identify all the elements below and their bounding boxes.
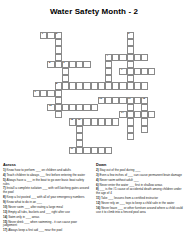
clue-number: 6) xyxy=(96,183,100,187)
grid-cell[interactable] xyxy=(98,82,105,89)
grid-cell[interactable] xyxy=(40,90,47,97)
grid-cell[interactable] xyxy=(105,75,112,82)
grid-cell[interactable] xyxy=(91,147,98,154)
grid-cell[interactable] xyxy=(55,46,62,53)
grid-cell[interactable] xyxy=(83,118,90,125)
grid-cell[interactable] xyxy=(127,126,134,133)
grid-cell[interactable] xyxy=(105,82,112,89)
cell-number: 5 xyxy=(49,62,50,65)
grid-cell[interactable] xyxy=(141,68,148,75)
clue-number: 16) xyxy=(96,206,101,210)
grid-cell[interactable]: 15 xyxy=(69,118,76,125)
grid-cell[interactable]: 12 xyxy=(141,97,148,104)
clue-item: 8) ___ is the #1 cause of accidental dea… xyxy=(96,188,186,196)
grid-cell[interactable] xyxy=(134,111,141,118)
grid-cell[interactable] xyxy=(55,54,62,61)
grid-cell[interactable] xyxy=(69,61,76,68)
clue-number: 4) xyxy=(96,178,100,182)
clue-number: 2) xyxy=(96,168,100,172)
clue-number: 17) xyxy=(3,228,8,232)
cell-number: 15 xyxy=(71,119,74,122)
cell-number: 16 xyxy=(78,119,81,122)
clue-item: 7) Install a complete isolation ___ with… xyxy=(3,187,91,195)
grid-cell[interactable] xyxy=(47,90,54,97)
grid-cell[interactable] xyxy=(127,61,134,68)
grid-cell[interactable]: 8 xyxy=(55,82,62,89)
clue-number: 11) xyxy=(96,196,101,200)
grid-cell[interactable] xyxy=(141,82,148,89)
grid-cell[interactable] xyxy=(134,54,141,61)
grid-cell[interactable] xyxy=(127,54,134,61)
cell-number: 8 xyxy=(56,83,57,86)
grid-cell[interactable]: 9 xyxy=(33,90,40,97)
grid-cell[interactable]: 10 xyxy=(98,97,105,104)
grid-cell[interactable]: 5 xyxy=(47,61,54,68)
cell-number: 7 xyxy=(121,69,122,72)
grid-cell[interactable] xyxy=(55,39,62,46)
grid-cell[interactable] xyxy=(127,82,134,89)
grid-cell[interactable]: 2 xyxy=(55,32,62,39)
grid-cell[interactable]: 14 xyxy=(119,111,126,118)
clues-section: Across 1) Know how to perform ___ on chi… xyxy=(3,163,186,234)
grid-cell[interactable] xyxy=(83,104,90,111)
grid-cell[interactable]: 4 xyxy=(105,54,112,61)
grid-cell[interactable] xyxy=(112,118,119,125)
grid-cell[interactable]: 13 xyxy=(47,104,54,111)
grid-cell[interactable] xyxy=(141,104,148,111)
cell-number: 4 xyxy=(107,55,108,58)
grid-cell[interactable]: 16 xyxy=(76,118,83,125)
grid-cell[interactable] xyxy=(98,147,105,154)
grid-cell[interactable] xyxy=(69,104,76,111)
cell-number: 10 xyxy=(99,98,102,101)
clue-number: 12) xyxy=(96,201,101,205)
grid-cell[interactable] xyxy=(141,126,148,133)
clue-item: 5) Always have a ___ in the boat to go o… xyxy=(3,179,91,187)
grid-cell[interactable] xyxy=(141,54,148,61)
clue-number: 1) xyxy=(3,168,7,172)
clue-number: 9) xyxy=(3,200,7,204)
grid-cell[interactable] xyxy=(83,147,90,154)
grid-cell[interactable] xyxy=(127,111,134,118)
grid-cell[interactable] xyxy=(47,32,54,39)
grid-cell[interactable] xyxy=(119,97,126,104)
grid-cell[interactable] xyxy=(127,118,134,125)
grid-cell[interactable] xyxy=(55,97,62,104)
grid-cell[interactable] xyxy=(127,133,134,140)
cell-number: 12 xyxy=(143,98,146,101)
clue-number: 13) xyxy=(3,210,8,214)
grid-cell[interactable] xyxy=(83,82,90,89)
grid-cell[interactable] xyxy=(91,118,98,125)
grid-cell[interactable] xyxy=(76,61,83,68)
across-clues-column: Across 1) Know how to perform ___ on chi… xyxy=(3,163,96,234)
grid-cell[interactable] xyxy=(134,82,141,89)
grid-cell[interactable] xyxy=(127,75,134,82)
across-clue-list: 1) Know how to perform ___ on children a… xyxy=(3,169,91,233)
grid-cell[interactable] xyxy=(69,82,76,89)
grid-cell[interactable] xyxy=(105,97,112,104)
grid-cell[interactable] xyxy=(91,82,98,89)
clue-number: 4) xyxy=(3,173,7,177)
clue-number: 5) xyxy=(3,178,7,182)
clue-item: 15) Never drink ___ when swimming - it c… xyxy=(3,221,91,229)
grid-cell[interactable] xyxy=(105,118,112,125)
grid-cell[interactable]: 6 xyxy=(62,61,69,68)
grid-cell[interactable]: 3 xyxy=(127,32,134,39)
grid-cell[interactable] xyxy=(112,97,119,104)
crossword-grid: 1234567891011121314151617 xyxy=(33,32,163,155)
grid-cell[interactable] xyxy=(55,90,62,97)
grid-cell[interactable]: 1 xyxy=(40,32,47,39)
grid-cell[interactable] xyxy=(112,82,119,89)
grid-cell[interactable] xyxy=(98,118,105,125)
cell-number: 11 xyxy=(128,98,131,101)
page-title: Water Safety Month - 2 xyxy=(0,7,188,16)
cell-number: 13 xyxy=(49,105,52,108)
cell-number: 2 xyxy=(56,33,57,36)
across-header: Across xyxy=(3,163,91,168)
grid-cell[interactable] xyxy=(134,97,141,104)
grid-cell[interactable] xyxy=(62,82,69,89)
grid-cell[interactable] xyxy=(76,133,83,140)
clue-number: 8) xyxy=(96,187,100,191)
grid-cell[interactable] xyxy=(55,111,62,118)
clue-number: 8) xyxy=(3,195,7,199)
cell-number: 3 xyxy=(128,33,129,36)
clue-item: 16) Never leave ___ or other furniture a… xyxy=(96,207,186,215)
grid-cell[interactable] xyxy=(105,68,112,75)
grid-cell[interactable] xyxy=(62,104,69,111)
grid-cell[interactable] xyxy=(112,54,119,61)
grid-cell[interactable] xyxy=(148,68,155,75)
grid-cell[interactable] xyxy=(127,68,134,75)
cell-number: 6 xyxy=(63,62,64,65)
grid-cell[interactable] xyxy=(62,68,69,75)
clue-number: 3) xyxy=(96,173,100,177)
grid-cell[interactable] xyxy=(141,118,148,125)
clue-item: 17) Always keep a first aid ___ near the… xyxy=(3,229,91,233)
grid-cell[interactable] xyxy=(83,61,90,68)
down-clue-list: 2) Stay out of the pool during ___3) Eve… xyxy=(96,169,186,215)
grid-cell[interactable]: 11 xyxy=(127,97,134,104)
grid-cell[interactable] xyxy=(62,75,69,82)
cell-number: 14 xyxy=(121,112,124,115)
down-header: Down xyxy=(96,163,186,168)
grid-cell[interactable] xyxy=(55,104,62,111)
grid-cell[interactable]: 7 xyxy=(119,68,126,75)
grid-cell[interactable] xyxy=(91,104,98,111)
clue-number: 14) xyxy=(3,215,8,219)
grid-cell[interactable] xyxy=(119,82,126,89)
grid-cell[interactable] xyxy=(119,54,126,61)
grid-cell[interactable] xyxy=(148,111,155,118)
grid-cell[interactable] xyxy=(76,82,83,89)
cell-number: 17 xyxy=(71,148,74,151)
grid-cell[interactable] xyxy=(134,68,141,75)
grid-cell[interactable] xyxy=(105,61,112,68)
grid-cell[interactable]: 17 xyxy=(69,147,76,154)
down-clues-column: Down 2) Stay out of the pool during ___3… xyxy=(96,163,186,234)
grid-cell[interactable] xyxy=(76,104,83,111)
grid-cell[interactable] xyxy=(105,147,112,154)
clue-number: 10) xyxy=(3,205,8,209)
grid-cell[interactable] xyxy=(127,39,134,46)
cell-number: 9 xyxy=(35,91,36,94)
grid-cell[interactable] xyxy=(127,104,134,111)
grid-cell[interactable] xyxy=(141,111,148,118)
grid-cell[interactable] xyxy=(76,147,83,154)
grid-cell[interactable] xyxy=(55,61,62,68)
grid-cell[interactable] xyxy=(76,140,83,147)
clue-number: 7) xyxy=(3,186,7,190)
grid-cell[interactable] xyxy=(127,46,134,53)
grid-cell[interactable] xyxy=(76,126,83,133)
clue-number: 15) xyxy=(3,220,8,224)
cell-number: 1 xyxy=(42,33,43,36)
